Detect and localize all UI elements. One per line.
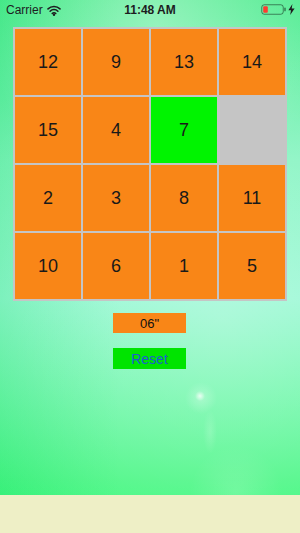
tile-11[interactable]: 11 <box>219 165 285 231</box>
reset-button[interactable]: Reset <box>113 348 186 369</box>
tile-5[interactable]: 5 <box>219 233 285 299</box>
tile-14[interactable]: 14 <box>219 29 285 95</box>
tile-7[interactable]: 7 <box>151 97 217 163</box>
empty-cell <box>219 97 285 163</box>
puzzle-board: 129131415472381110615 <box>13 27 287 301</box>
tile-9[interactable]: 9 <box>83 29 149 95</box>
tile-13[interactable]: 13 <box>151 29 217 95</box>
tile-15[interactable]: 15 <box>15 97 81 163</box>
timer-display: 06" <box>113 313 186 333</box>
tile-8[interactable]: 8 <box>151 165 217 231</box>
battery-low-icon <box>261 4 286 15</box>
tile-1[interactable]: 1 <box>151 233 217 299</box>
tile-2[interactable]: 2 <box>15 165 81 231</box>
tile-4[interactable]: 4 <box>83 97 149 163</box>
charging-bolt-icon <box>288 4 295 15</box>
tile-12[interactable]: 12 <box>15 29 81 95</box>
clock-label: 11:48 AM <box>0 3 300 17</box>
bottom-band <box>0 495 300 533</box>
tile-3[interactable]: 3 <box>83 165 149 231</box>
status-bar: Carrier 11:48 AM <box>0 0 300 20</box>
app-screen: Carrier 11:48 AM <box>0 0 300 533</box>
tile-6[interactable]: 6 <box>83 233 149 299</box>
tile-10[interactable]: 10 <box>15 233 81 299</box>
